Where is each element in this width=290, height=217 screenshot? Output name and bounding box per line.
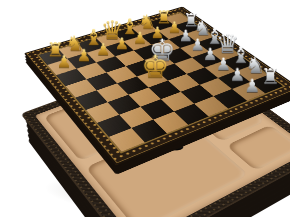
- piece-gold-pawn[interactable]: ♟: [133, 31, 147, 45]
- chess-set-photo: ♜♞♝♛♝♞♜♟♟♟♟♟♟♟♜♟♞♚♟♝♚♟♛♟♝♟♞♟♜: [0, 0, 290, 217]
- piece-gold-pawn[interactable]: ♟: [57, 54, 72, 69]
- piece-gold-pawn[interactable]: ♟: [96, 42, 111, 57]
- piece-silver-pawn[interactable]: ♟: [244, 78, 260, 94]
- piece-silver-rook[interactable]: ♜: [261, 68, 280, 87]
- piece-silver-pawn[interactable]: ♟: [230, 67, 246, 83]
- piece-gold-pawn[interactable]: ♟: [77, 48, 92, 63]
- piece-gold-king[interactable]: ♚: [141, 53, 169, 81]
- chess-board: ♜♞♝♛♝♞♜♟♟♟♟♟♟♟♜♟♞♚♟♝♚♟♛♟♝♟♞♟♜: [24, 7, 290, 166]
- piece-gold-pawn[interactable]: ♟: [115, 36, 129, 51]
- board-scene: ♜♞♝♛♝♞♜♟♟♟♟♟♟♟♜♟♞♚♟♝♚♟♛♟♝♟♞♟♜: [0, 0, 290, 217]
- board-grid: ♜♞♝♛♝♞♜♟♟♟♟♟♟♟♜♟♞♚♟♝♚♟♛♟♝♟♞♟♜: [39, 13, 283, 152]
- board-ornate-border: ♜♞♝♛♝♞♜♟♟♟♟♟♟♟♜♟♞♚♟♝♚♟♛♟♝♟♞♟♜: [24, 7, 290, 166]
